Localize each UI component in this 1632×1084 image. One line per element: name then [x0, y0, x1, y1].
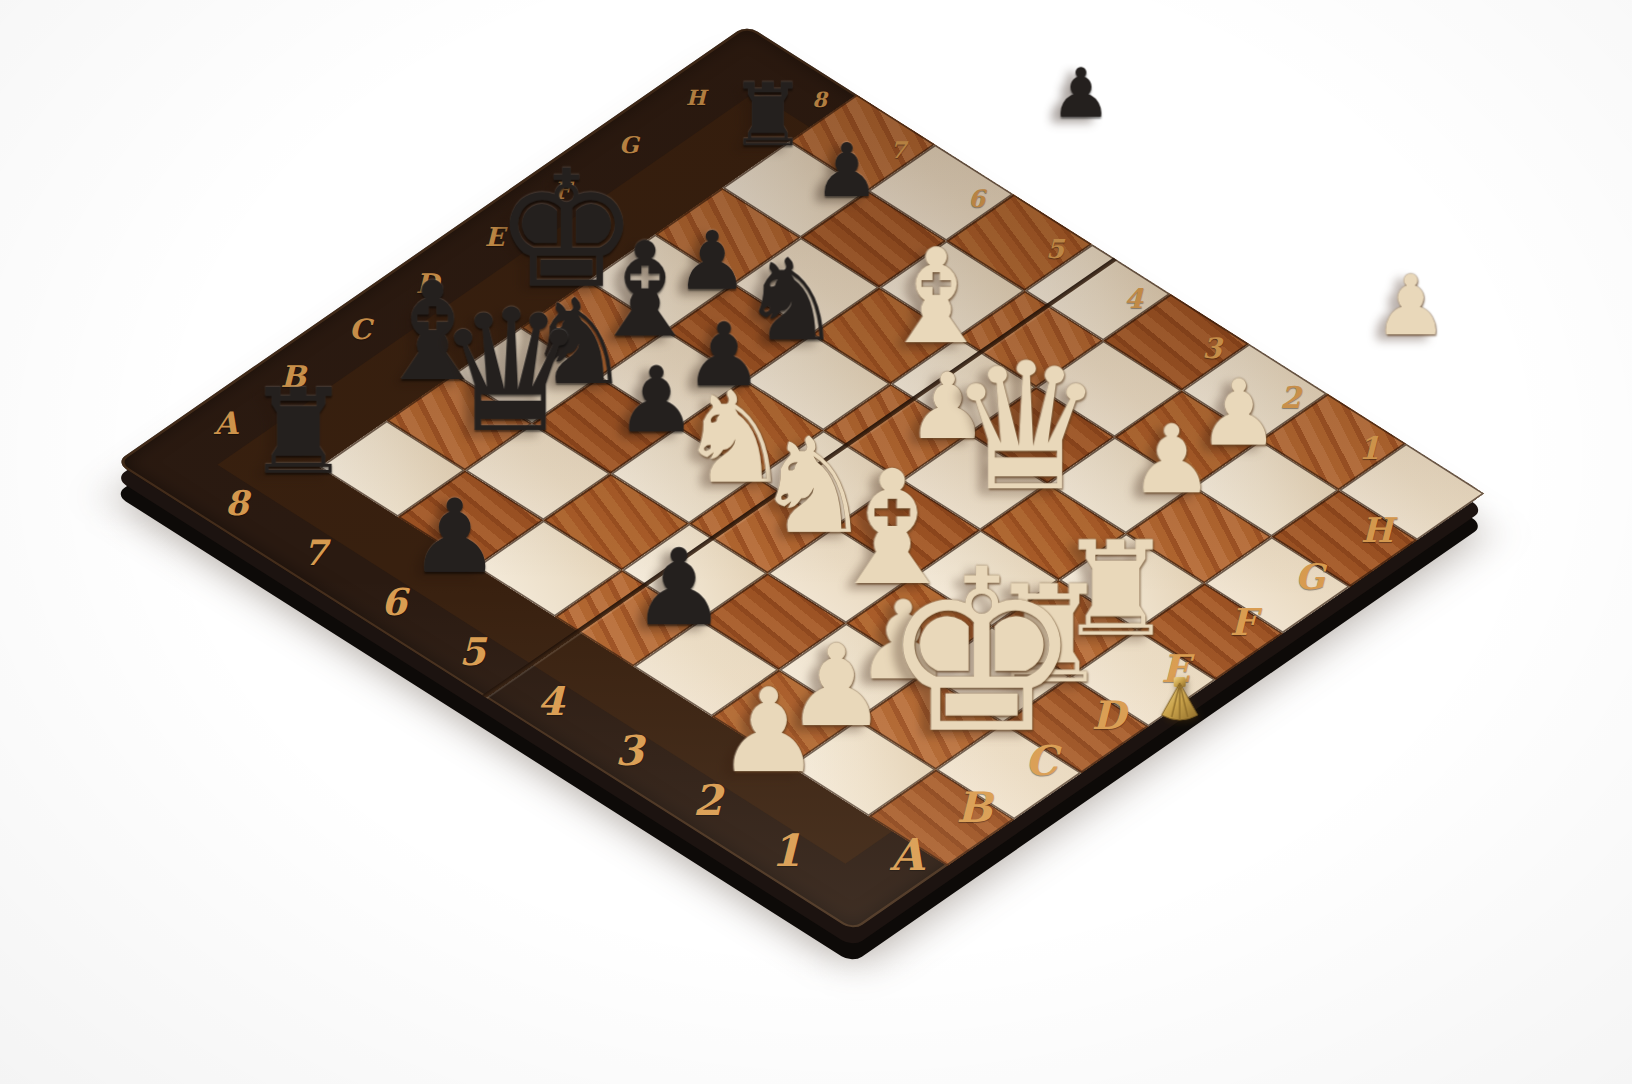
photo-backdrop: AABBCCDDEEFFGGHH8877665544332211♜♝♚♜♛♞♝♟… — [0, 0, 1632, 1084]
chess-board: AABBCCDDEEFFGGHH8877665544332211♜♝♚♜♛♞♝♟… — [116, 25, 1485, 931]
board-scene: AABBCCDDEEFFGGHH8877665544332211♜♝♚♜♛♞♝♟… — [0, 0, 1632, 1084]
clasp-fan-icon — [1154, 677, 1206, 721]
